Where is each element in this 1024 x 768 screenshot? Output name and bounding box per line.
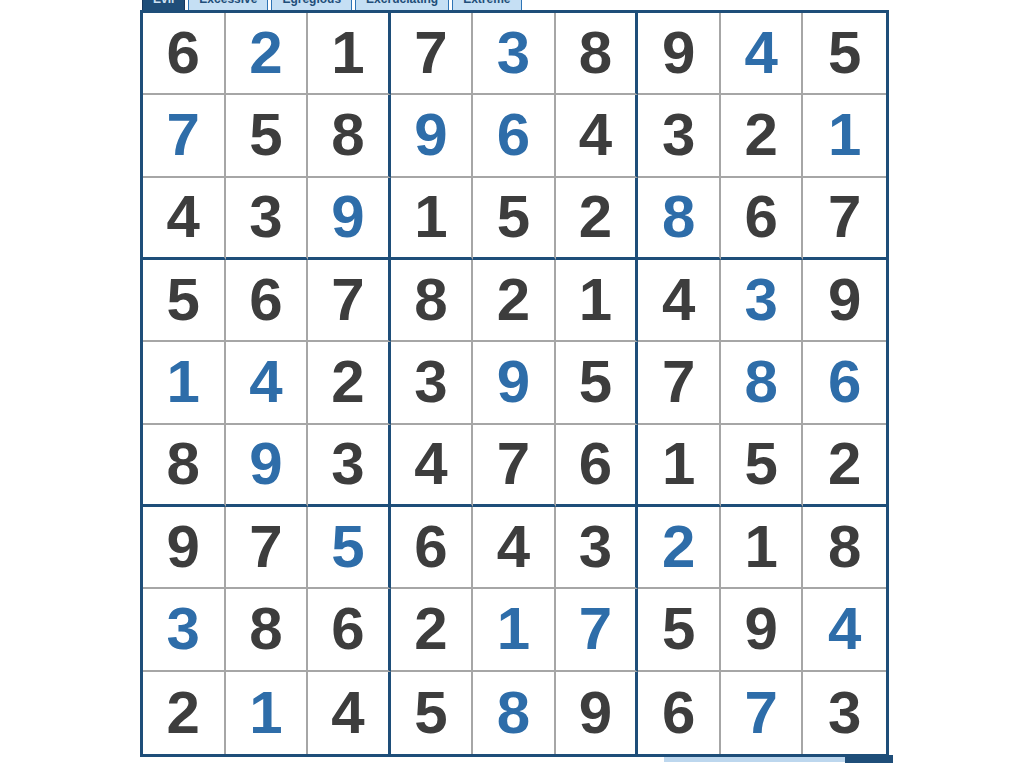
sudoku-cell-r9c1[interactable]: 2	[143, 672, 226, 754]
sudoku-cell-r6c2[interactable]: 9	[226, 425, 309, 507]
sudoku-cell-r1c1[interactable]: 6	[143, 13, 226, 95]
sudoku-cell-r4c8[interactable]: 3	[721, 260, 804, 342]
sudoku-cell-r7c4[interactable]: 6	[391, 507, 474, 589]
sudoku-cell-r3c4[interactable]: 1	[391, 178, 474, 260]
sudoku-cell-r9c8[interactable]: 7	[721, 672, 804, 754]
sudoku-cell-r6c5[interactable]: 7	[473, 425, 556, 507]
sudoku-cell-r3c7[interactable]: 8	[638, 178, 721, 260]
sudoku-cell-r7c1[interactable]: 9	[143, 507, 226, 589]
sudoku-cell-r9c4[interactable]: 5	[391, 672, 474, 754]
sudoku-cell-r2c3[interactable]: 8	[308, 95, 391, 177]
sudoku-cell-r8c3[interactable]: 6	[308, 589, 391, 671]
sudoku-cell-r2c9[interactable]: 1	[803, 95, 886, 177]
sudoku-cell-r9c5[interactable]: 8	[473, 672, 556, 754]
sudoku-cell-r9c6[interactable]: 9	[556, 672, 639, 754]
sudoku-cell-r7c7[interactable]: 2	[638, 507, 721, 589]
sudoku-cell-r1c9[interactable]: 5	[803, 13, 886, 95]
sudoku-cell-r2c8[interactable]: 2	[721, 95, 804, 177]
sudoku-cell-r2c5[interactable]: 6	[473, 95, 556, 177]
sudoku-cell-r5c4[interactable]: 3	[391, 342, 474, 424]
sudoku-cell-r8c1[interactable]: 3	[143, 589, 226, 671]
sudoku-grid: 6217389457589643214391528675678214391423…	[140, 10, 889, 757]
sudoku-cell-r6c9[interactable]: 2	[803, 425, 886, 507]
sudoku-cell-r1c2[interactable]: 2	[226, 13, 309, 95]
sudoku-cell-r7c5[interactable]: 4	[473, 507, 556, 589]
sudoku-cell-r6c1[interactable]: 8	[143, 425, 226, 507]
sudoku-cell-r4c4[interactable]: 8	[391, 260, 474, 342]
sudoku-cell-r9c3[interactable]: 4	[308, 672, 391, 754]
sudoku-cell-r8c9[interactable]: 4	[803, 589, 886, 671]
sudoku-cell-r5c7[interactable]: 7	[638, 342, 721, 424]
sudoku-cell-r5c3[interactable]: 2	[308, 342, 391, 424]
sudoku-cell-r6c6[interactable]: 6	[556, 425, 639, 507]
sudoku-cell-r3c1[interactable]: 4	[143, 178, 226, 260]
sudoku-cell-r1c6[interactable]: 8	[556, 13, 639, 95]
sudoku-cell-r8c6[interactable]: 7	[556, 589, 639, 671]
sudoku-cell-r1c5[interactable]: 3	[473, 13, 556, 95]
window-edge-highlight-dark	[845, 755, 893, 763]
sudoku-cell-r9c9[interactable]: 3	[803, 672, 886, 754]
sudoku-cell-r5c8[interactable]: 8	[721, 342, 804, 424]
sudoku-cell-r3c6[interactable]: 2	[556, 178, 639, 260]
sudoku-cell-r7c2[interactable]: 7	[226, 507, 309, 589]
sudoku-cell-r3c2[interactable]: 3	[226, 178, 309, 260]
sudoku-cell-r5c6[interactable]: 5	[556, 342, 639, 424]
sudoku-cell-r2c6[interactable]: 4	[556, 95, 639, 177]
sudoku-cell-r8c2[interactable]: 8	[226, 589, 309, 671]
sudoku-app: EvilExcessiveEgregiousExcruciatingExtrem…	[0, 0, 1024, 768]
sudoku-cell-r4c7[interactable]: 4	[638, 260, 721, 342]
sudoku-cell-r6c8[interactable]: 5	[721, 425, 804, 507]
sudoku-cell-r8c7[interactable]: 5	[638, 589, 721, 671]
sudoku-cell-r3c5[interactable]: 5	[473, 178, 556, 260]
sudoku-cell-r8c8[interactable]: 9	[721, 589, 804, 671]
sudoku-cell-r3c3[interactable]: 9	[308, 178, 391, 260]
sudoku-cell-r4c2[interactable]: 6	[226, 260, 309, 342]
sudoku-cell-r2c4[interactable]: 9	[391, 95, 474, 177]
sudoku-cell-r1c7[interactable]: 9	[638, 13, 721, 95]
sudoku-cell-r5c5[interactable]: 9	[473, 342, 556, 424]
sudoku-cell-r4c3[interactable]: 7	[308, 260, 391, 342]
sudoku-cell-r7c3[interactable]: 5	[308, 507, 391, 589]
sudoku-cell-r5c1[interactable]: 1	[143, 342, 226, 424]
sudoku-cell-r7c8[interactable]: 1	[721, 507, 804, 589]
sudoku-cell-r4c9[interactable]: 9	[803, 260, 886, 342]
sudoku-cell-r6c3[interactable]: 3	[308, 425, 391, 507]
sudoku-cell-r5c2[interactable]: 4	[226, 342, 309, 424]
sudoku-cell-r4c5[interactable]: 2	[473, 260, 556, 342]
window-edge-highlight-light	[664, 757, 847, 762]
sudoku-cell-r7c6[interactable]: 3	[556, 507, 639, 589]
sudoku-cell-r9c7[interactable]: 6	[638, 672, 721, 754]
sudoku-cell-r1c8[interactable]: 4	[721, 13, 804, 95]
sudoku-cell-r7c9[interactable]: 8	[803, 507, 886, 589]
sudoku-cell-r1c4[interactable]: 7	[391, 13, 474, 95]
sudoku-cell-r3c9[interactable]: 7	[803, 178, 886, 260]
sudoku-cell-r3c8[interactable]: 6	[721, 178, 804, 260]
sudoku-cell-r2c7[interactable]: 3	[638, 95, 721, 177]
sudoku-cell-r1c3[interactable]: 1	[308, 13, 391, 95]
sudoku-cell-r4c6[interactable]: 1	[556, 260, 639, 342]
sudoku-cell-r4c1[interactable]: 5	[143, 260, 226, 342]
sudoku-cell-r6c7[interactable]: 1	[638, 425, 721, 507]
sudoku-cell-r2c2[interactable]: 5	[226, 95, 309, 177]
sudoku-cell-r8c5[interactable]: 1	[473, 589, 556, 671]
sudoku-cell-r6c4[interactable]: 4	[391, 425, 474, 507]
sudoku-cell-r9c2[interactable]: 1	[226, 672, 309, 754]
sudoku-cell-r2c1[interactable]: 7	[143, 95, 226, 177]
sudoku-cell-r5c9[interactable]: 6	[803, 342, 886, 424]
sudoku-cell-r8c4[interactable]: 2	[391, 589, 474, 671]
